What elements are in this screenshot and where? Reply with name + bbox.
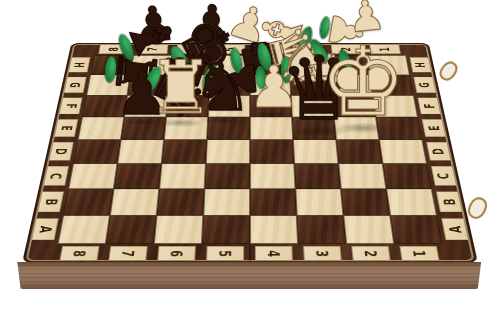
chess-piece-light-king: ♚: [320, 34, 406, 130]
king-glyph: ♚: [320, 34, 406, 130]
knight-glyph: ♞: [192, 53, 253, 121]
pieces-layer: ♟♟♝♟♝♟♟♚♜♞♛♝♛♜♝♟♞♟♜♞♟♛♚: [0, 0, 500, 311]
chess-piece-dark-knight: ♞: [192, 53, 253, 121]
chess-set-product-photo: 8765432187654321HGFEDCBAHGFEDCBA ♟♟♝♟♝♟♟…: [0, 0, 500, 311]
